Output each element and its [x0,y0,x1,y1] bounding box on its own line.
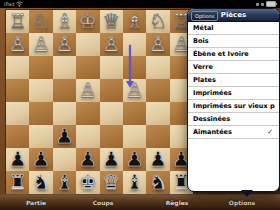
square-f2[interactable]: ♙ [53,33,76,56]
bottom-toolbar: Partie Coups Règles Options [0,194,280,210]
square-g4[interactable] [29,79,52,102]
piece-h8[interactable]: ♜ [9,171,27,191]
square-b6[interactable] [146,125,169,148]
square-b3[interactable] [146,56,169,79]
square-g3[interactable] [29,56,52,79]
piece-g1[interactable]: ♘ [32,10,50,30]
square-h2[interactable]: ♙ [6,33,29,56]
piece-style-option-8[interactable]: Dessinées [188,113,279,126]
square-c7[interactable]: ♟ [123,148,146,171]
square-e7[interactable]: ♟ [76,148,99,171]
square-h5[interactable] [6,102,29,125]
piece-h2[interactable]: ♙ [9,33,27,53]
option-label: Ébène et Ivoire [193,48,275,60]
square-c3[interactable] [123,56,146,79]
piece-d7[interactable]: ♟ [102,148,120,168]
square-g7[interactable]: ♟ [29,148,52,171]
square-c1[interactable]: ♗ [123,10,146,33]
piece-style-option-1[interactable]: Métal [188,22,279,35]
square-h7[interactable]: ♟ [6,148,29,171]
piece-e7[interactable]: ♟ [79,148,97,168]
option-label: Plates [193,74,275,86]
option-label: Imprimées [193,87,275,99]
piece-style-option-3[interactable]: Ébène et Ivoire [188,48,279,61]
checkmark-icon: ✓ [267,126,273,138]
tab-partie[interactable]: Partie [26,195,46,210]
piece-g2[interactable]: ♙ [32,33,50,53]
square-d3[interactable] [100,56,123,79]
piece-style-option-4[interactable]: Verre [188,61,279,74]
square-h4[interactable] [6,79,29,102]
square-g2[interactable]: ♙ [29,33,52,56]
piece-c1[interactable]: ♗ [126,10,144,30]
square-d8[interactable]: ♛ [100,171,123,194]
piece-style-option-2[interactable]: Bois [188,35,279,48]
square-e8[interactable]: ♚ [76,171,99,194]
device-label: iPad [4,0,14,8]
square-e5[interactable] [76,102,99,125]
piece-e8[interactable]: ♚ [79,171,97,191]
square-f6[interactable]: ♟ [53,125,76,148]
piece-b1[interactable]: ♘ [149,10,167,30]
piece-style-option-6[interactable]: Imprimées [188,87,279,100]
square-h1[interactable]: ♖ [6,10,29,33]
square-g5[interactable] [29,102,52,125]
square-b1[interactable]: ♘ [146,10,169,33]
piece-d1[interactable]: ♕ [102,10,120,30]
tab-regles[interactable]: Règles [166,195,189,210]
square-c2[interactable] [123,33,146,56]
square-c8[interactable]: ♝ [123,171,146,194]
piece-d8[interactable]: ♛ [102,171,120,191]
square-f7[interactable] [53,148,76,171]
piece-style-option-7[interactable]: Imprimées sur vieux papier [188,100,279,113]
square-f5[interactable] [53,102,76,125]
square-d1[interactable]: ♕ [100,10,123,33]
piece-b7[interactable]: ♟ [149,148,167,168]
square-d2[interactable]: ♙ [100,33,123,56]
tab-options[interactable]: Options [229,195,255,210]
popover-header: Options Pièces [188,9,279,22]
piece-f2[interactable]: ♙ [55,33,73,53]
piece-h7[interactable]: ♟ [9,148,27,168]
square-f8[interactable]: ♝ [53,171,76,194]
option-label: Aimantées [193,126,267,138]
square-f1[interactable]: ♗ [53,10,76,33]
square-h3[interactable] [6,56,29,79]
status-bar: iPad [0,0,280,8]
piece-d2[interactable]: ♙ [102,33,120,53]
chess-board: ♖♘♗♔♕♗♘♖♙♙♙♙♙♙♙♙♟♟♟♟♟♟♟♟♜♞♝♚♛♝♞♜ [6,10,193,194]
square-d4[interactable] [100,79,123,102]
square-b5[interactable] [146,102,169,125]
status-icon [261,3,264,6]
piece-c8[interactable]: ♝ [126,171,144,191]
square-g6[interactable] [29,125,52,148]
square-e3[interactable] [76,56,99,79]
option-label: Métal [193,22,275,34]
square-b7[interactable]: ♟ [146,148,169,171]
square-f4[interactable] [53,79,76,102]
status-icon [256,3,259,6]
square-g8[interactable]: ♞ [29,171,52,194]
square-b2[interactable]: ♙ [146,33,169,56]
piece-f8[interactable]: ♝ [55,171,73,191]
square-c4[interactable]: ♙ [123,79,146,102]
back-button[interactable]: Options [191,11,218,21]
piece-g7[interactable]: ♟ [32,148,50,168]
piece-b2[interactable]: ♙ [149,33,167,53]
square-e2[interactable] [76,33,99,56]
piece-style-option-5[interactable]: Plates [188,74,279,87]
square-d7[interactable]: ♟ [100,148,123,171]
piece-g8[interactable]: ♞ [32,171,50,191]
option-label: Imprimées sur vieux papier [193,100,275,112]
square-b8[interactable]: ♞ [146,171,169,194]
option-label: Verre [193,61,275,73]
piece-b8[interactable]: ♞ [149,171,167,191]
square-e4[interactable]: ♙ [76,79,99,102]
tab-coups[interactable]: Coups [93,195,114,210]
wifi-icon [16,1,23,7]
piece-e1[interactable]: ♔ [79,10,97,30]
square-e6[interactable] [76,125,99,148]
square-c6[interactable] [123,125,146,148]
option-label: Bois [193,35,275,47]
battery-icon [266,1,276,7]
square-h6[interactable] [6,125,29,148]
piece-style-popover: Options Pièces MétalBoisÉbène et IvoireV… [187,8,280,192]
square-f3[interactable] [53,56,76,79]
square-e1[interactable]: ♔ [76,10,99,33]
square-d5[interactable] [100,102,123,125]
piece-e4[interactable]: ♙ [79,79,97,99]
square-g1[interactable]: ♘ [29,10,52,33]
square-h8[interactable]: ♜ [6,171,29,194]
piece-c7[interactable]: ♟ [126,148,144,168]
piece-c4[interactable]: ♙ [126,79,144,99]
piece-f1[interactable]: ♗ [55,10,73,30]
square-c5[interactable] [123,102,146,125]
square-b4[interactable] [146,79,169,102]
option-label: Dessinées [193,113,275,125]
square-d6[interactable] [100,125,123,148]
piece-style-list: MétalBoisÉbène et IvoireVerrePlatesImpri… [188,22,279,139]
piece-f6[interactable]: ♟ [55,125,73,145]
piece-h1[interactable]: ♖ [9,10,27,30]
piece-style-option-9[interactable]: Aimantées✓ [188,126,279,139]
popover-arrow-tail [241,190,253,197]
